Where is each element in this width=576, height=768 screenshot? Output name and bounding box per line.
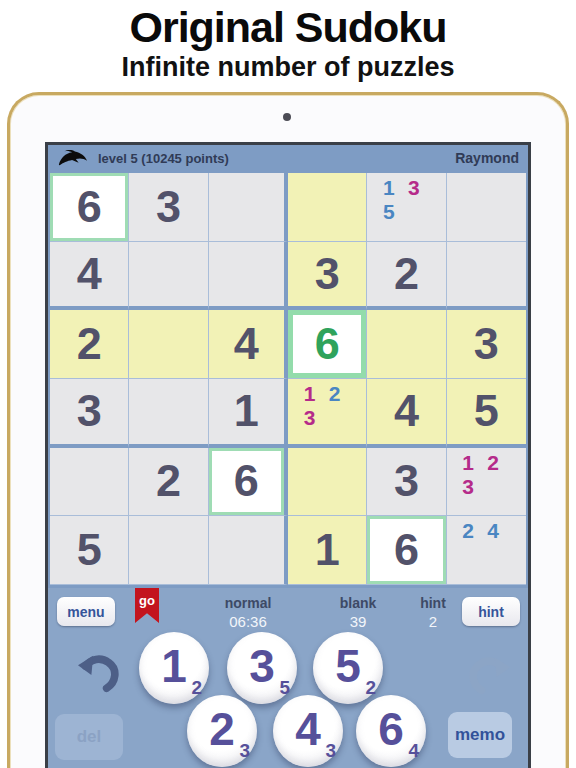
page-subtitle: Infinite number of puzzles (0, 52, 576, 82)
cell-r6c6[interactable]: 24 (447, 516, 526, 585)
cell-r5c3[interactable]: 6 (209, 448, 288, 517)
cell-digit: 5 (474, 385, 499, 437)
cell-r3c2[interactable] (129, 310, 208, 379)
digit-remaining-count: 4 (408, 740, 419, 762)
cell-digit: 3 (77, 385, 102, 437)
digit-remaining-count: 2 (191, 677, 202, 699)
digit-button-2[interactable]: 23 (187, 695, 257, 767)
pencil-mark: 3 (456, 475, 481, 498)
digit-button-5[interactable]: 52 (313, 632, 383, 704)
pencil-mark: 3 (401, 176, 426, 199)
control-bar: menu go normal 06:36 blank 39 hint 2 hin… (48, 588, 528, 640)
pencil-mark: 1 (456, 451, 481, 474)
digit-remaining-count: 2 (365, 677, 376, 699)
digit-button-3[interactable]: 35 (227, 632, 297, 704)
digit-button-1[interactable]: 12 (139, 632, 209, 704)
pencil-mark: 1 (376, 176, 401, 199)
cell-r2c4[interactable]: 3 (288, 242, 367, 311)
cell-r1c2[interactable]: 3 (129, 173, 208, 242)
pencil-marks: 123 (297, 382, 347, 429)
delete-button[interactable]: del (55, 714, 123, 760)
pencil-mark: 2 (456, 519, 481, 542)
pencil-marks: 24 (456, 519, 506, 542)
digit-label: 1 (161, 639, 187, 693)
cell-r2c2[interactable] (129, 242, 208, 311)
cell-r5c1[interactable] (50, 448, 129, 517)
cell-digit: 6 (394, 524, 419, 576)
blank-count: 39 (316, 613, 400, 630)
cell-r6c4[interactable]: 1 (288, 516, 367, 585)
cell-r6c5[interactable]: 6 (367, 516, 446, 585)
cell-r5c5[interactable]: 3 (367, 448, 446, 517)
cell-r4c4[interactable]: 123 (288, 379, 367, 448)
cell-r4c2[interactable] (129, 379, 208, 448)
cell-r6c2[interactable] (129, 516, 208, 585)
cell-r4c6[interactable]: 5 (447, 379, 526, 448)
digit-button-4[interactable]: 43 (273, 695, 343, 767)
ipad-camera-dot (283, 113, 291, 121)
hint-button[interactable]: hint (462, 597, 520, 626)
cell-r1c4[interactable] (288, 173, 367, 242)
cell-digit: 1 (315, 524, 340, 576)
sudoku-grid: 631354322463311234526312351624 (48, 171, 528, 588)
status-bar: level 5 (10245 points) Raymond (48, 145, 528, 171)
menu-button[interactable]: menu (57, 597, 115, 626)
cell-r1c6[interactable] (447, 173, 526, 242)
cell-digit: 6 (315, 318, 340, 370)
pencil-mark: 5 (376, 200, 401, 223)
cell-r5c2[interactable]: 2 (129, 448, 208, 517)
stat-normal-label: normal (206, 595, 290, 611)
redo-icon[interactable] (468, 655, 510, 695)
level-text: level 5 (10245 points) (98, 151, 229, 166)
cell-digit: 6 (77, 181, 102, 233)
cell-digit: 3 (315, 248, 340, 300)
cell-r4c3[interactable]: 1 (209, 379, 288, 448)
digit-remaining-count: 3 (239, 740, 250, 762)
cell-digit: 4 (394, 385, 419, 437)
promo-header: Original Sudoku Infinite number of puzzl… (0, 0, 576, 82)
digit-label: 6 (378, 702, 404, 756)
digit-label: 5 (335, 639, 361, 693)
stat-blank: blank 39 (316, 595, 400, 630)
cell-digit: 4 (77, 248, 102, 300)
cell-r1c1[interactable]: 6 (50, 173, 129, 242)
number-pad: del memo 123552234364 (48, 640, 528, 768)
digit-label: 3 (249, 639, 275, 693)
digit-button-6[interactable]: 64 (356, 695, 426, 767)
cell-digit: 2 (77, 318, 102, 370)
cell-r1c3[interactable] (209, 173, 288, 242)
pencil-mark: 3 (297, 406, 322, 429)
cell-r4c1[interactable]: 3 (50, 379, 129, 448)
dolphin-icon (57, 149, 89, 167)
undo-icon[interactable] (78, 653, 120, 693)
cell-digit: 4 (234, 318, 259, 370)
cell-digit: 3 (474, 318, 499, 370)
digit-remaining-count: 3 (325, 740, 336, 762)
pencil-mark: 4 (481, 519, 506, 542)
pencil-mark: 1 (297, 382, 322, 405)
go-ribbon[interactable]: go (135, 588, 159, 623)
cell-r5c6[interactable]: 123 (447, 448, 526, 517)
player-name: Raymond (455, 150, 519, 166)
pencil-mark: 2 (322, 382, 347, 405)
cell-digit: 1 (234, 385, 259, 437)
pencil-marks: 135 (376, 176, 426, 223)
cell-r3c5[interactable] (367, 310, 446, 379)
cell-r2c3[interactable] (209, 242, 288, 311)
cell-r6c3[interactable] (209, 516, 288, 585)
cell-digit: 3 (394, 455, 419, 507)
cell-r2c5[interactable]: 2 (367, 242, 446, 311)
cell-digit: 3 (156, 181, 181, 233)
timer-value: 06:36 (206, 613, 290, 630)
cell-r5c4[interactable] (288, 448, 367, 517)
page-title: Original Sudoku (0, 3, 576, 51)
cell-r2c6[interactable] (447, 242, 526, 311)
cell-digit: 2 (156, 455, 181, 507)
stat-normal: normal 06:36 (206, 595, 290, 630)
digit-remaining-count: 5 (279, 677, 290, 699)
memo-button[interactable]: memo (448, 712, 512, 758)
digit-label: 2 (209, 702, 235, 756)
app-screen: level 5 (10245 points) Raymond 631354322… (45, 142, 531, 768)
digit-label: 4 (295, 702, 321, 756)
cell-r1c5[interactable]: 135 (367, 173, 446, 242)
cell-digit: 5 (77, 524, 102, 576)
cell-r4c5[interactable]: 4 (367, 379, 446, 448)
cell-r3c6[interactable]: 3 (447, 310, 526, 379)
cell-r6c1[interactable]: 5 (50, 516, 129, 585)
cell-r3c4[interactable]: 6 (288, 310, 367, 379)
cell-digit: 6 (234, 455, 259, 507)
cell-r3c3[interactable]: 4 (209, 310, 288, 379)
cell-r3c1[interactable]: 2 (50, 310, 129, 379)
stat-blank-label: blank (316, 595, 400, 611)
cell-r2c1[interactable]: 4 (50, 242, 129, 311)
pencil-marks: 123 (456, 451, 506, 498)
cell-digit: 2 (394, 248, 419, 300)
pencil-mark: 2 (481, 451, 506, 474)
